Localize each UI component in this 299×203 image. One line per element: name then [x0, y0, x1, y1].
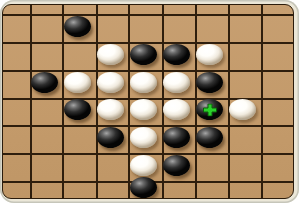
black-stone	[64, 99, 91, 120]
black-stone	[196, 72, 223, 93]
grid-line-vertical	[128, 5, 130, 198]
white-stone	[130, 72, 157, 93]
grid-line-horizontal	[3, 125, 293, 127]
white-stone	[196, 44, 223, 65]
black-stone	[163, 44, 190, 65]
white-stone	[130, 99, 157, 120]
black-stone	[130, 44, 157, 65]
grid-line-vertical	[228, 5, 230, 198]
white-stone	[97, 72, 124, 93]
black-stone	[163, 127, 190, 148]
black-stone	[64, 16, 91, 37]
white-stone	[97, 44, 124, 65]
black-stone	[31, 72, 58, 93]
white-stone	[130, 127, 157, 148]
black-stone	[163, 155, 190, 176]
last-move-marker-icon	[203, 103, 217, 116]
white-stone	[229, 99, 256, 120]
grid-line-horizontal	[3, 14, 293, 16]
white-stone	[130, 155, 157, 176]
black-stone	[130, 177, 157, 198]
game-window	[0, 0, 299, 203]
white-stone	[97, 99, 124, 120]
grid-line-vertical	[96, 5, 98, 198]
black-stone	[196, 127, 223, 148]
white-stone	[64, 72, 91, 93]
grid-line-horizontal	[3, 42, 293, 44]
grid-line-horizontal	[3, 153, 293, 155]
grid-line-vertical	[195, 5, 197, 198]
grid-line-vertical	[30, 5, 32, 198]
black-stone	[97, 127, 124, 148]
white-stone	[163, 72, 190, 93]
white-stone	[163, 99, 190, 120]
gomoku-board[interactable]	[2, 4, 294, 199]
last-move-stone	[196, 99, 223, 120]
grid-line-vertical	[62, 5, 64, 198]
grid-line-vertical	[261, 5, 263, 198]
